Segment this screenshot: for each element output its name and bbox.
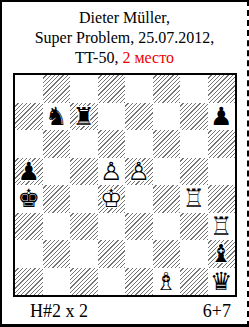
square-c5	[70, 158, 98, 186]
square-e6	[125, 130, 153, 158]
square-b3	[43, 213, 71, 241]
square-d2	[98, 240, 126, 268]
square-f1: ♝♗	[153, 268, 181, 296]
black-pawn: ♟♟	[208, 103, 236, 131]
piece-glyph: ♖	[183, 185, 205, 212]
white-bishop: ♝♗	[153, 268, 181, 296]
title-author: Dieter Müller,	[2, 8, 247, 28]
square-b2	[43, 240, 71, 268]
square-d6	[98, 130, 126, 158]
square-f5	[153, 158, 181, 186]
square-b7: ♞♞	[43, 103, 71, 131]
white-pawn: ♟♙	[98, 158, 126, 186]
black-bishop: ♝♝	[208, 240, 236, 268]
square-b5	[43, 158, 71, 186]
title-award: TT-50, 2 место	[2, 48, 247, 68]
square-h7: ♟♟	[208, 103, 236, 131]
square-e5: ♟♙	[125, 158, 153, 186]
white-rook: ♜♖	[180, 185, 208, 213]
square-e1	[125, 268, 153, 296]
square-e8	[125, 75, 153, 103]
square-f4	[153, 185, 181, 213]
piece-glyph: ♗	[155, 268, 177, 295]
square-c7: ♜♜	[70, 103, 98, 131]
piece-glyph: ♝	[210, 240, 232, 267]
square-e7	[125, 103, 153, 131]
chess-board: ♞♞♜♜♟♟♟♟♟♙♟♙♚♚♚♔♜♖♜♖♝♝♝♗♛♛	[15, 75, 235, 295]
square-e4	[125, 185, 153, 213]
square-f6	[153, 130, 181, 158]
square-e2	[125, 240, 153, 268]
square-c1	[70, 268, 98, 296]
square-f8	[153, 75, 181, 103]
square-b1	[43, 268, 71, 296]
piece-glyph: ♟	[18, 158, 40, 185]
piece-glyph: ♜	[73, 103, 95, 130]
title-block: Dieter Müller, Super Problem, 25.07.2012…	[2, 8, 247, 68]
piece-glyph: ♞	[45, 103, 67, 130]
square-g4: ♜♖	[180, 185, 208, 213]
stipulation-label: H#2 x 2	[30, 301, 88, 322]
square-e3	[125, 213, 153, 241]
problem-card: Dieter Müller, Super Problem, 25.07.2012…	[0, 0, 249, 327]
square-d7	[98, 103, 126, 131]
black-king: ♚♚	[15, 185, 43, 213]
square-b8	[43, 75, 71, 103]
piece-glyph: ♙	[128, 158, 150, 185]
square-g8	[180, 75, 208, 103]
square-c3	[70, 213, 98, 241]
square-g2	[180, 240, 208, 268]
square-h8	[208, 75, 236, 103]
square-a7	[15, 103, 43, 131]
square-a1	[15, 268, 43, 296]
square-a5: ♟♟	[15, 158, 43, 186]
square-c2	[70, 240, 98, 268]
black-rook: ♜♜	[70, 103, 98, 131]
square-d8	[98, 75, 126, 103]
square-h5	[208, 158, 236, 186]
black-pawn: ♟♟	[15, 158, 43, 186]
square-c8	[70, 75, 98, 103]
square-d1	[98, 268, 126, 296]
square-g7	[180, 103, 208, 131]
piece-glyph: ♖	[210, 213, 232, 240]
black-queen: ♛♛	[208, 268, 236, 296]
square-h1: ♛♛	[208, 268, 236, 296]
square-d3	[98, 213, 126, 241]
piece-glyph: ♔	[100, 185, 122, 212]
square-d4: ♚♔	[98, 185, 126, 213]
square-a4: ♚♚	[15, 185, 43, 213]
title-place-highlight: 2 место	[122, 49, 174, 66]
square-b6	[43, 130, 71, 158]
material-count: 6+7	[203, 301, 231, 322]
white-rook: ♜♖	[208, 213, 236, 241]
square-h3: ♜♖	[208, 213, 236, 241]
white-pawn: ♟♙	[125, 158, 153, 186]
square-h2: ♝♝	[208, 240, 236, 268]
piece-glyph: ♚	[18, 185, 40, 212]
square-g1	[180, 268, 208, 296]
square-a3	[15, 213, 43, 241]
square-f3	[153, 213, 181, 241]
piece-glyph: ♙	[100, 158, 122, 185]
square-g6	[180, 130, 208, 158]
piece-glyph: ♛	[210, 268, 232, 295]
black-knight: ♞♞	[43, 103, 71, 131]
title-tourney: TT-50,	[75, 49, 122, 66]
square-f7	[153, 103, 181, 131]
piece-glyph: ♟	[210, 103, 232, 130]
square-d5: ♟♙	[98, 158, 126, 186]
square-c6	[70, 130, 98, 158]
square-g3	[180, 213, 208, 241]
caption-row: H#2 x 2 6+7	[2, 297, 247, 322]
white-king: ♚♔	[98, 185, 126, 213]
square-g5	[180, 158, 208, 186]
square-h4	[208, 185, 236, 213]
square-a2	[15, 240, 43, 268]
square-b4	[43, 185, 71, 213]
square-h6	[208, 130, 236, 158]
square-a8	[15, 75, 43, 103]
title-source: Super Problem, 25.07.2012,	[2, 28, 247, 48]
square-a6	[15, 130, 43, 158]
square-c4	[70, 185, 98, 213]
board-frame: ♞♞♜♜♟♟♟♟♟♙♟♙♚♚♚♔♜♖♜♖♝♝♝♗♛♛	[13, 73, 237, 297]
square-f2	[153, 240, 181, 268]
